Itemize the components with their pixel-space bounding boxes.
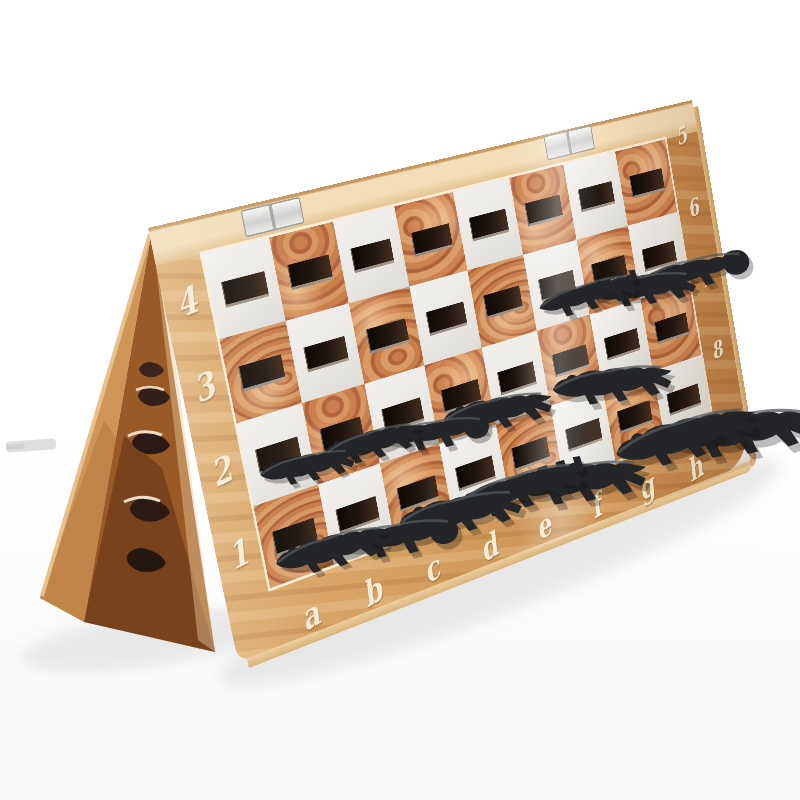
slot-f1 — [565, 418, 603, 452]
slot-g2 — [604, 328, 641, 361]
slot-f4 — [524, 195, 563, 227]
slot-b3 — [303, 336, 349, 372]
slot-c3 — [366, 318, 410, 353]
slot-b4 — [287, 254, 333, 290]
slot-e3 — [483, 285, 523, 319]
slot-h2 — [654, 312, 689, 344]
slot-g4 — [578, 181, 615, 212]
slot-h4 — [629, 168, 665, 198]
product-photo-scene: 4321abcdefgh5678 — [0, 0, 800, 800]
slot-a4 — [221, 271, 269, 308]
slot-d3 — [426, 302, 468, 336]
slot-a3 — [238, 354, 286, 391]
slot-d4 — [411, 223, 453, 257]
slot-e4 — [469, 209, 510, 242]
faint-white-piece — [6, 438, 57, 452]
slot-c4 — [350, 239, 394, 274]
